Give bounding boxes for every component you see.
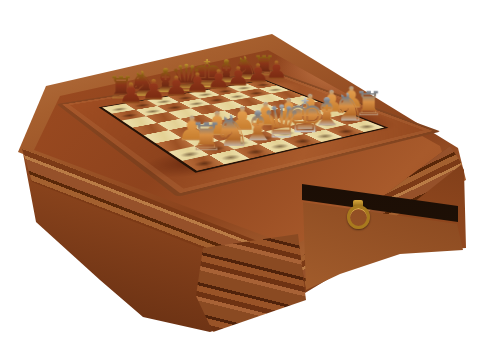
square-a7[interactable]: ♟ bbox=[112, 110, 146, 121]
piece-gold-pawn-a7[interactable]: ♟ bbox=[101, 71, 161, 117]
piece-silver-rook-a1[interactable]: ♜ bbox=[170, 109, 243, 165]
chessboard[interactable]: ♜♞♝♛♚♝♞♜♟♟♟♟♟♟♟♟♟♟♟♟♟♟♟♟♜♞♝♛♚♝♞♜ bbox=[99, 80, 389, 173]
burl-board-frame: ♜♞♝♛♚♝♞♜♟♟♟♟♟♟♟♟♟♟♟♟♟♟♟♟♜♞♝♛♚♝♞♜ bbox=[56, 70, 440, 197]
square-a1[interactable]: ♜ bbox=[182, 155, 224, 171]
chessboard-scene: ♜♞♝♛♚♝♞♜♟♟♟♟♟♟♟♟♟♟♟♟♟♟♟♟♜♞♝♛♚♝♞♜ bbox=[0, 0, 480, 344]
